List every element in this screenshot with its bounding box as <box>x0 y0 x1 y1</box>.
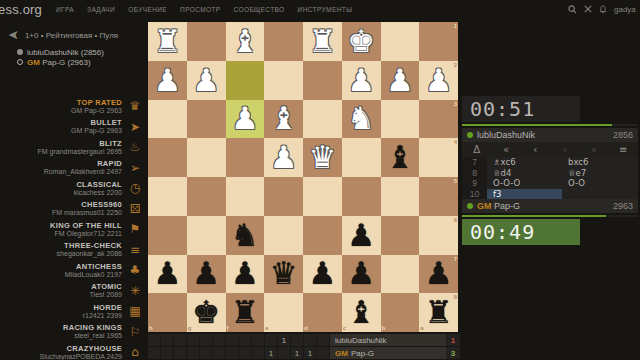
racing-flag-icon: ⚐ <box>127 325 143 339</box>
empty-result-cell <box>187 334 200 346</box>
channel-leader: GM Pap-G 2963 <box>71 107 122 115</box>
player-name[interactable]: lubluDashuNik <box>477 130 535 140</box>
square-c6[interactable]: ♟ <box>342 216 381 255</box>
black-pawn[interactable]: ♟ <box>148 255 187 294</box>
sidebar: ➤ 1+0 • Рейтинговая • Пуля lubluDashuNik… <box>0 18 148 360</box>
channel-text: CRAZYHOUSESluchaynazPOBEDA 2429 <box>40 344 123 360</box>
square-b8[interactable]: b <box>381 293 420 332</box>
square-b3[interactable] <box>381 100 420 139</box>
square-h7[interactable]: ♟ <box>148 255 187 294</box>
square-a4[interactable]: 4 <box>419 138 458 177</box>
score-player-name: lubluDashuNik <box>330 334 446 346</box>
atom-icon: ✳ <box>127 284 143 298</box>
square-f6[interactable]: ♞ <box>226 216 265 255</box>
empty-result-cell <box>226 334 239 346</box>
square-a6[interactable]: 6 <box>419 216 458 255</box>
player-row-top: lubluDashuNik 2856 <box>462 128 638 142</box>
white-color-icon <box>17 59 23 65</box>
channel-title: CHESS960 <box>52 200 122 209</box>
empty-result-cell <box>148 334 161 346</box>
square-b4[interactable]: ♝ <box>381 138 420 177</box>
close-icon[interactable] <box>584 5 592 13</box>
black-pawn[interactable]: ♟ <box>342 216 381 255</box>
white-move[interactable]: ♗xc6 <box>487 157 562 168</box>
empty-result-cell <box>278 347 291 359</box>
channel-text: HORDEr12421 2399 <box>83 303 122 320</box>
channel-blitz[interactable]: BLITZFM grandmastergauri 2695♨ <box>0 137 148 158</box>
player-name: lubluDashuNik <box>335 336 387 345</box>
sidebar-player-white[interactable]: GM Pap-G (2963) <box>17 57 148 67</box>
square-a8[interactable]: ♜a8 <box>419 293 458 332</box>
nav-menu-item[interactable]: ПРОСМОТР <box>180 6 221 13</box>
score-total: 3 <box>446 347 460 359</box>
white-bishop[interactable]: ♝ <box>264 100 303 139</box>
move-row: 8♕d4♕e7 <box>462 168 638 179</box>
black-color-icon <box>17 49 23 55</box>
channel-racing-kings[interactable]: RACING KINGSsteel_real 1965⚐ <box>0 322 148 343</box>
channel-title: ATOMIC <box>90 282 122 291</box>
online-dot <box>467 132 473 138</box>
nav-menu-item[interactable]: СООБЩЕСТВО <box>234 6 285 13</box>
square-g7[interactable]: ♟ <box>187 255 226 294</box>
white-move[interactable]: O-O-O <box>487 178 562 189</box>
square-d1[interactable]: ♜ <box>303 22 342 61</box>
black-rook[interactable]: ♜ <box>419 293 458 332</box>
current-game-info: ➤ 1+0 • Рейтинговая • Пуля lubluDashuNik… <box>0 18 148 67</box>
channel-title: KING OF THE HILL <box>50 221 122 230</box>
square-h6[interactable] <box>148 216 187 255</box>
online-dot <box>467 203 473 209</box>
coord-rank-5: 5 <box>454 178 457 184</box>
coord-rank-8: 8 <box>454 294 457 300</box>
channel-classical[interactable]: CLASSICALkicachess 2200◷ <box>0 178 148 199</box>
black-knight[interactable]: ♞ <box>226 216 265 255</box>
horde-icon: ▦ <box>127 304 143 318</box>
next-move-icon[interactable]: › <box>550 142 579 157</box>
empty-result-cell <box>317 347 330 359</box>
coord-file-c: c <box>343 325 346 331</box>
house-icon: ⌂ <box>127 345 143 359</box>
coord-file-g: g <box>188 325 192 331</box>
antichess-icon: ♣ <box>127 263 143 277</box>
empty-result-cell <box>252 334 265 346</box>
square-c7[interactable]: ♟ <box>342 255 381 294</box>
channel-text: CLASSICALkicachess 2200 <box>74 180 122 197</box>
player-name: GM Pap-G (2963) <box>27 58 91 67</box>
channel-rapid[interactable]: RAPIDRoman_Allakhverdi 2497➢ <box>0 158 148 179</box>
coord-file-d: d <box>304 325 308 331</box>
square-d2[interactable] <box>303 61 342 100</box>
channel-text: RAPIDRoman_Allakhverdi 2497 <box>44 159 122 176</box>
main-menu: ИГРАЗАДАЧИОБУЧЕНИЕПРОСМОТРСООБЩЕСТВОИНСТ… <box>56 6 352 13</box>
channel-leader: FM grandmastergauri 2695 <box>38 148 122 156</box>
square-g8[interactable]: ♚g <box>187 293 226 332</box>
black-move[interactable]: O-O <box>562 178 637 189</box>
nav-menu-item[interactable]: ОБУЧЕНИЕ <box>128 6 167 13</box>
sidebar-player-black[interactable]: lubluDashuNik (2856) <box>17 47 148 57</box>
channel-text: TOP RATEDGM Pap-G 2963 <box>71 98 122 115</box>
black-pawn[interactable]: ♟ <box>303 255 342 294</box>
channel-atomic[interactable]: ATOMICTiest 2089✳ <box>0 281 148 302</box>
crown-icon: ♛ <box>127 99 143 113</box>
square-e2[interactable] <box>264 61 303 100</box>
channel-bullet[interactable]: BULLETGM Pap-G 2963➤ <box>0 117 148 138</box>
square-c3[interactable]: ♞ <box>342 100 381 139</box>
match-score-strip: 1lubluDashuNik1111GMPap-G3 <box>148 334 460 360</box>
square-f7[interactable]: ♟ <box>226 255 265 294</box>
empty-result-cell <box>148 347 161 359</box>
square-g3[interactable] <box>187 100 226 139</box>
white-pawn[interactable]: ♟ <box>381 61 420 100</box>
nav-menu-item[interactable]: ИГРА <box>56 6 74 13</box>
square-d7[interactable]: ♟ <box>303 255 342 294</box>
square-c4[interactable] <box>342 138 381 177</box>
square-h2[interactable]: ♟ <box>148 61 187 100</box>
black-move <box>562 189 637 200</box>
time-bar-bottom <box>462 215 638 217</box>
white-pawn[interactable]: ♟ <box>226 100 265 139</box>
channel-text: ANTICHESSMiladLouak0 2197 <box>65 262 122 279</box>
white-pawn[interactable]: ♟ <box>148 61 187 100</box>
empty-result-cell <box>174 347 187 359</box>
move-row: 7♗xc6bxc6 <box>462 157 638 168</box>
empty-result-cell <box>291 334 304 346</box>
square-h5[interactable] <box>148 177 187 216</box>
time-bar-top <box>462 124 638 126</box>
chess-board: ♜♝♜♚1♟♟♟♟♟2♟♝♞3♟♛♝45♞♟6♟♟♟♛♟♟♟7h♚g♜fed♝c… <box>148 22 458 332</box>
empty-result-cell <box>304 334 317 346</box>
prev-move-icon[interactable]: ‹ <box>521 142 550 157</box>
channel-text: BLITZFM grandmastergauri 2695 <box>38 139 122 156</box>
square-h8[interactable]: h <box>148 293 187 332</box>
site-logo[interactable]: ess.org <box>0 2 42 17</box>
square-g1[interactable] <box>187 22 226 61</box>
white-bishop[interactable]: ♝ <box>226 22 265 61</box>
channel-leader: GM Pap-G 2963 <box>71 127 122 135</box>
empty-result-cell <box>252 347 265 359</box>
white-pawn[interactable]: ♟ <box>187 61 226 100</box>
channel-three-check[interactable]: THREE-CHECKshegaonkar_ak 2086≡ <box>0 240 148 261</box>
white-pawn[interactable]: ♟ <box>264 138 303 177</box>
black-pawn[interactable]: ♟ <box>187 255 226 294</box>
square-g5[interactable] <box>187 177 226 216</box>
channel-crazyhouse[interactable]: CRAZYHOUSESluchaynazPOBEDA 2429⌂ <box>0 342 148 360</box>
score-row: 1lubluDashuNik1 <box>148 334 460 346</box>
square-g2[interactable]: ♟ <box>187 61 226 100</box>
square-h4[interactable] <box>148 138 187 177</box>
square-f5[interactable] <box>226 177 265 216</box>
dice-icon: ⚄ <box>127 202 143 216</box>
nav-menu-item[interactable]: ИНСТРУМЕНТЫ <box>298 6 353 13</box>
coord-file-a: a <box>420 325 423 331</box>
square-e1[interactable] <box>264 22 303 61</box>
channel-king-of-the-hill[interactable]: KING OF THE HILLFM Olegator712 2211⚑ <box>0 219 148 240</box>
coord-file-b: b <box>382 325 386 331</box>
square-b2[interactable]: ♟ <box>381 61 420 100</box>
square-d6[interactable] <box>303 216 342 255</box>
square-e7[interactable]: ♛ <box>264 255 303 294</box>
last-move-icon[interactable]: » <box>579 142 608 157</box>
coord-file-h: h <box>149 325 153 331</box>
bullet-icon: ➤ <box>127 120 143 134</box>
channel-leader: steel_real 1965 <box>63 332 122 340</box>
channel-text: BULLETGM Pap-G 2963 <box>71 118 122 135</box>
white-pawn[interactable]: ♟ <box>419 61 458 100</box>
white-king[interactable]: ♚ <box>342 22 381 61</box>
score-total: 1 <box>446 334 460 346</box>
square-d8[interactable]: d <box>303 293 342 332</box>
coord-rank-4: 4 <box>454 139 457 145</box>
three-check-icon: ≡ <box>127 243 143 257</box>
channel-title: TOP RATED <box>71 98 122 107</box>
channel-leader: MiladLouak0 2197 <box>65 271 122 279</box>
gm-title: GM <box>335 349 348 358</box>
move-number: 7 <box>462 157 487 168</box>
black-move[interactable]: bxc6 <box>562 157 637 168</box>
game-result-cell[interactable]: 1 <box>291 347 304 359</box>
square-e8[interactable]: e <box>264 293 303 332</box>
player-rating: 2963 <box>613 201 633 211</box>
square-f3[interactable]: ♟ <box>226 100 265 139</box>
player-name: Pap-G <box>351 349 374 358</box>
coord-rank-7: 7 <box>454 256 457 262</box>
channel-text: KING OF THE HILLFM Olegator712 2211 <box>50 221 122 238</box>
clock-bottom: 00:49 <box>462 219 580 245</box>
channel-horde[interactable]: HORDEr12421 2399▦ <box>0 301 148 322</box>
black-pawn[interactable]: ♟ <box>342 255 381 294</box>
analysis-board-icon[interactable]: Δ <box>462 142 491 157</box>
white-knight[interactable]: ♞ <box>342 100 381 139</box>
white-rook[interactable]: ♜ <box>148 22 187 61</box>
square-b6[interactable] <box>381 216 420 255</box>
empty-result-cell <box>317 334 330 346</box>
notifications-bell-icon[interactable] <box>599 5 607 14</box>
player-name[interactable]: GM Pap-G <box>477 201 520 211</box>
channel-antichess[interactable]: ANTICHESSMiladLouak0 2197♣ <box>0 260 148 281</box>
black-pawn[interactable]: ♟ <box>226 255 265 294</box>
channel-text: THREE-CHECKshegaonkar_ak 2086 <box>57 241 122 258</box>
square-d5[interactable] <box>303 177 342 216</box>
black-pawn[interactable]: ♟ <box>419 255 458 294</box>
tv-channel-list: TOP RATEDGM Pap-G 2963♛BULLETGM Pap-G 29… <box>0 96 148 360</box>
move-row: 10f3 <box>462 189 638 200</box>
channel-leader: Roman_Allakhverdi 2497 <box>44 168 122 176</box>
rabbit-icon: ➢ <box>127 161 143 175</box>
search-icon[interactable] <box>568 5 577 14</box>
move-number: 8 <box>462 168 487 179</box>
white-move[interactable]: f3 <box>487 189 562 200</box>
black-king[interactable]: ♚ <box>187 293 226 332</box>
square-c1[interactable]: ♚ <box>342 22 381 61</box>
black-rook[interactable]: ♜ <box>226 293 265 332</box>
player-row-bottom: GM Pap-G 2963 <box>462 199 638 213</box>
channel-leader: FM Olegator712 2211 <box>50 230 122 238</box>
game-result-cell[interactable]: 1 <box>278 334 291 346</box>
square-b1[interactable] <box>381 22 420 61</box>
square-b5[interactable] <box>381 177 420 216</box>
white-pawn[interactable]: ♟ <box>342 61 381 100</box>
channel-title: RACING KINGS <box>63 323 122 332</box>
square-a2[interactable]: ♟2 <box>419 61 458 100</box>
channel-leader: shegaonkar_ak 2086 <box>57 250 122 258</box>
empty-result-cell <box>174 334 187 346</box>
coord-file-f: f <box>227 325 229 331</box>
square-f8[interactable]: ♜f <box>226 293 265 332</box>
square-g6[interactable] <box>187 216 226 255</box>
square-c5[interactable] <box>342 177 381 216</box>
channel-title: THREE-CHECK <box>57 241 122 250</box>
move-row: 9O-O-OO-O <box>462 178 638 189</box>
white-rook[interactable]: ♜ <box>303 22 342 61</box>
coord-rank-3: 3 <box>454 101 457 107</box>
nav-right: gadya <box>568 5 640 14</box>
empty-result-cell <box>187 347 200 359</box>
channel-leader: kicachess 2200 <box>74 189 122 197</box>
lichess-tv-page: ess.org ИГРАЗАДАЧИОБУЧЕНИЕПРОСМОТРСООБЩЕ… <box>0 0 640 360</box>
square-e3[interactable]: ♝ <box>264 100 303 139</box>
square-e6[interactable] <box>264 216 303 255</box>
flame-icon: ♨ <box>127 140 143 154</box>
move-nav-toolbar: Δ«‹›»≡ <box>462 142 638 157</box>
channel-leader: Tiest 2089 <box>90 291 122 299</box>
square-d3[interactable] <box>303 100 342 139</box>
turtle-icon: ◷ <box>127 181 143 195</box>
channel-title: CRAZYHOUSE <box>40 344 123 353</box>
empty-result-cell <box>239 334 252 346</box>
game-result-cell[interactable]: 1 <box>265 347 278 359</box>
square-a7[interactable]: ♟7 <box>419 255 458 294</box>
square-d4[interactable]: ♛ <box>303 138 342 177</box>
score-row: 111GMPap-G3 <box>148 347 460 359</box>
square-b7[interactable] <box>381 255 420 294</box>
top-nav: ess.org ИГРАЗАДАЧИОБУЧЕНИЕПРОСМОТРСООБЩЕ… <box>0 0 640 18</box>
channel-title: BULLET <box>71 118 122 127</box>
black-bishop[interactable]: ♝ <box>342 293 381 332</box>
white-move[interactable]: ♕d4 <box>487 168 562 179</box>
empty-result-cell <box>200 334 213 346</box>
player-rating: 2856 <box>613 130 633 140</box>
black-move[interactable]: ♕e7 <box>562 168 637 179</box>
coord-file-e: e <box>265 325 268 331</box>
channel-leader: r12421 2399 <box>83 312 122 320</box>
channel-title: BLITZ <box>38 139 122 148</box>
coord-rank-6: 6 <box>454 217 457 223</box>
channel-title: RAPID <box>44 159 122 168</box>
square-a1[interactable]: 1 <box>419 22 458 61</box>
empty-result-cell <box>213 334 226 346</box>
empty-result-cell <box>213 347 226 359</box>
empty-result-cell <box>265 334 278 346</box>
square-f4[interactable] <box>226 138 265 177</box>
channel-text: ATOMICTiest 2089 <box>90 282 122 299</box>
channel-leader: FM marasmus01 2250 <box>52 209 122 217</box>
channel-chess960[interactable]: CHESS960FM marasmus01 2250⚄ <box>0 199 148 220</box>
score-player-name: GMPap-G <box>330 347 446 359</box>
square-a5[interactable]: 5 <box>419 177 458 216</box>
channel-title: CLASSICAL <box>74 180 122 189</box>
square-e4[interactable]: ♟ <box>264 138 303 177</box>
game-result-cell[interactable]: 1 <box>304 347 317 359</box>
empty-result-cell <box>161 347 174 359</box>
empty-result-cell <box>226 347 239 359</box>
channel-title: HORDE <box>83 303 122 312</box>
channel-top-rated[interactable]: TOP RATEDGM Pap-G 2963♛ <box>0 96 148 117</box>
hill-flag-icon: ⚑ <box>127 222 143 236</box>
player-name: lubluDashuNik (2856) <box>27 48 104 57</box>
empty-result-cell <box>161 334 174 346</box>
bullet-icon: ➤ <box>8 30 19 40</box>
square-g4[interactable] <box>187 138 226 177</box>
channel-title: ANTICHESS <box>65 262 122 271</box>
move-number: 10 <box>462 189 487 200</box>
channel-leader: SluchaynazPOBEDA 2429 <box>40 353 123 360</box>
channel-text: CHESS960FM marasmus01 2250 <box>52 200 122 217</box>
square-e5[interactable] <box>264 177 303 216</box>
username[interactable]: gadya <box>614 5 640 14</box>
move-list: 7♗xc6bxc68♕d4♕e79O-O-OO-O10f3 <box>462 157 638 199</box>
black-bishop[interactable]: ♝ <box>381 138 420 177</box>
empty-result-cell <box>239 347 252 359</box>
channel-text: RACING KINGSsteel_real 1965 <box>63 323 122 340</box>
empty-result-cell <box>200 347 213 359</box>
menu-icon[interactable]: ≡ <box>609 142 638 157</box>
square-a3[interactable]: 3 <box>419 100 458 139</box>
square-h1[interactable]: ♜ <box>148 22 187 61</box>
move-number: 9 <box>462 178 487 189</box>
game-panel: 00:51 lubluDashuNik 2856 Δ«‹›»≡ 7♗xc6bxc… <box>462 96 638 245</box>
white-queen[interactable]: ♛ <box>303 138 342 177</box>
square-f1[interactable]: ♝ <box>226 22 265 61</box>
square-c8[interactable]: ♝c <box>342 293 381 332</box>
coord-rank-1: 1 <box>454 23 457 29</box>
square-f2[interactable] <box>226 61 265 100</box>
sidebar-players: lubluDashuNik (2856) GM Pap-G (2963) <box>17 47 148 67</box>
square-h3[interactable] <box>148 100 187 139</box>
first-move-icon[interactable]: « <box>491 142 520 157</box>
black-queen[interactable]: ♛ <box>264 255 303 294</box>
clock-top: 00:51 <box>462 96 580 122</box>
nav-menu-item[interactable]: ЗАДАЧИ <box>87 6 115 13</box>
game-info-text: 1+0 • Рейтинговая • Пуля <box>25 31 118 40</box>
square-c2[interactable]: ♟ <box>342 61 381 100</box>
coord-rank-2: 2 <box>454 62 457 68</box>
